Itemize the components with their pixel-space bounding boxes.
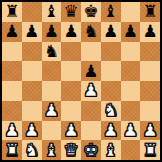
white-bishop-piece[interactable]: ♝ xyxy=(44,141,59,160)
square-h2[interactable]: ♟ xyxy=(140,121,160,141)
square-b8[interactable] xyxy=(22,2,42,22)
square-d7[interactable]: ♟ xyxy=(61,22,81,42)
black-bishop-piece[interactable]: ♝ xyxy=(103,2,118,21)
square-g2[interactable]: ♟ xyxy=(121,121,141,141)
square-g1[interactable] xyxy=(121,140,141,160)
square-g8[interactable] xyxy=(121,2,141,22)
black-rook-piece[interactable]: ♜ xyxy=(143,2,158,21)
square-a4[interactable] xyxy=(2,81,22,101)
square-b5[interactable] xyxy=(22,61,42,81)
square-d2[interactable]: ♟ xyxy=(61,121,81,141)
square-f3[interactable]: ♞ xyxy=(101,101,121,121)
square-a8[interactable]: ♜ xyxy=(2,2,22,22)
white-queen-piece[interactable]: ♛ xyxy=(64,141,79,160)
square-c3[interactable]: ♟ xyxy=(42,101,62,121)
black-pawn-piece[interactable]: ♟ xyxy=(123,22,138,41)
square-b2[interactable]: ♟ xyxy=(22,121,42,141)
black-pawn-piece[interactable]: ♟ xyxy=(143,22,158,41)
square-h5[interactable] xyxy=(140,61,160,81)
square-d4[interactable] xyxy=(61,81,81,101)
square-f4[interactable] xyxy=(101,81,121,101)
square-e7[interactable]: ♞ xyxy=(81,22,101,42)
square-e2[interactable] xyxy=(81,121,101,141)
square-f2[interactable]: ♟ xyxy=(101,121,121,141)
square-h4[interactable] xyxy=(140,81,160,101)
square-a6[interactable] xyxy=(2,42,22,62)
square-e6[interactable] xyxy=(81,42,101,62)
square-b1[interactable]: ♞ xyxy=(22,140,42,160)
black-knight-piece[interactable]: ♞ xyxy=(44,42,59,61)
square-d5[interactable] xyxy=(61,61,81,81)
white-pawn-piece[interactable]: ♟ xyxy=(4,121,19,140)
white-rook-piece[interactable]: ♜ xyxy=(143,141,158,160)
white-knight-piece[interactable]: ♞ xyxy=(24,141,39,160)
square-d6[interactable] xyxy=(61,42,81,62)
square-g3[interactable] xyxy=(121,101,141,121)
square-h6[interactable] xyxy=(140,42,160,62)
white-pawn-piece[interactable]: ♟ xyxy=(64,121,79,140)
square-c4[interactable] xyxy=(42,81,62,101)
square-g5[interactable] xyxy=(121,61,141,81)
white-pawn-piece[interactable]: ♟ xyxy=(83,81,98,100)
square-a7[interactable]: ♟ xyxy=(2,22,22,42)
square-f1[interactable]: ♝ xyxy=(101,140,121,160)
black-knight-piece[interactable]: ♞ xyxy=(83,22,98,41)
square-c1[interactable]: ♝ xyxy=(42,140,62,160)
black-queen-piece[interactable]: ♛ xyxy=(64,2,79,21)
square-a3[interactable] xyxy=(2,101,22,121)
white-king-piece[interactable]: ♚ xyxy=(83,141,98,160)
square-b6[interactable] xyxy=(22,42,42,62)
square-h1[interactable]: ♜ xyxy=(140,140,160,160)
black-bishop-piece[interactable]: ♝ xyxy=(44,2,59,21)
chess-board-grid: ♜♝♛♚♝♜♟♟♟♟♞♟♟♟♞♟♟♟♞♟♟♟♟♟♟♜♞♝♛♚♝♜ xyxy=(2,2,160,160)
white-pawn-piece[interactable]: ♟ xyxy=(44,101,59,120)
square-d3[interactable] xyxy=(61,101,81,121)
white-pawn-piece[interactable]: ♟ xyxy=(24,121,39,140)
square-f6[interactable] xyxy=(101,42,121,62)
square-c7[interactable]: ♟ xyxy=(42,22,62,42)
square-e1[interactable]: ♚ xyxy=(81,140,101,160)
chess-board: ♜♝♛♚♝♜♟♟♟♟♞♟♟♟♞♟♟♟♞♟♟♟♟♟♟♜♞♝♛♚♝♜ xyxy=(0,0,162,162)
black-rook-piece[interactable]: ♜ xyxy=(4,2,19,21)
white-bishop-piece[interactable]: ♝ xyxy=(103,141,118,160)
square-a5[interactable] xyxy=(2,61,22,81)
square-f8[interactable]: ♝ xyxy=(101,2,121,22)
square-a2[interactable]: ♟ xyxy=(2,121,22,141)
white-rook-piece[interactable]: ♜ xyxy=(4,141,19,160)
square-e3[interactable] xyxy=(81,101,101,121)
black-pawn-piece[interactable]: ♟ xyxy=(44,22,59,41)
white-pawn-piece[interactable]: ♟ xyxy=(103,121,118,140)
square-f7[interactable]: ♟ xyxy=(101,22,121,42)
square-c6[interactable]: ♞ xyxy=(42,42,62,62)
black-pawn-piece[interactable]: ♟ xyxy=(24,22,39,41)
black-pawn-piece[interactable]: ♟ xyxy=(64,22,79,41)
square-g7[interactable]: ♟ xyxy=(121,22,141,42)
square-h7[interactable]: ♟ xyxy=(140,22,160,42)
black-king-piece[interactable]: ♚ xyxy=(83,2,98,21)
square-d8[interactable]: ♛ xyxy=(61,2,81,22)
black-pawn-piece[interactable]: ♟ xyxy=(4,22,19,41)
square-h3[interactable] xyxy=(140,101,160,121)
square-c2[interactable] xyxy=(42,121,62,141)
square-g6[interactable] xyxy=(121,42,141,62)
square-b3[interactable] xyxy=(22,101,42,121)
square-f5[interactable] xyxy=(101,61,121,81)
square-g4[interactable] xyxy=(121,81,141,101)
square-c5[interactable] xyxy=(42,61,62,81)
white-pawn-piece[interactable]: ♟ xyxy=(123,121,138,140)
black-pawn-piece[interactable]: ♟ xyxy=(103,22,118,41)
black-pawn-piece[interactable]: ♟ xyxy=(83,62,98,81)
square-e5[interactable]: ♟ xyxy=(81,61,101,81)
square-b4[interactable] xyxy=(22,81,42,101)
square-d1[interactable]: ♛ xyxy=(61,140,81,160)
square-a1[interactable]: ♜ xyxy=(2,140,22,160)
square-c8[interactable]: ♝ xyxy=(42,2,62,22)
square-h8[interactable]: ♜ xyxy=(140,2,160,22)
square-e8[interactable]: ♚ xyxy=(81,2,101,22)
white-knight-piece[interactable]: ♞ xyxy=(103,101,118,120)
square-b7[interactable]: ♟ xyxy=(22,22,42,42)
white-pawn-piece[interactable]: ♟ xyxy=(143,121,158,140)
square-e4[interactable]: ♟ xyxy=(81,81,101,101)
